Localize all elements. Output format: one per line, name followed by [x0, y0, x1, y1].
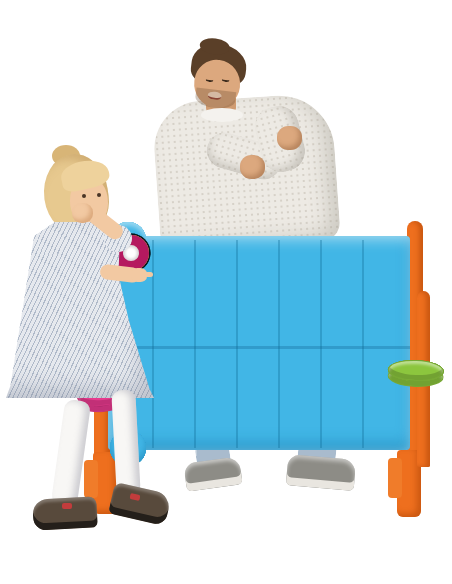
girl-leg: [111, 389, 141, 496]
girl-shoe: [108, 482, 172, 526]
girl-dress: [6, 222, 154, 398]
girl-fist: [72, 203, 93, 223]
girl-eye: [97, 193, 101, 197]
girl-pointing-hand: [131, 268, 147, 282]
girl-figure: [0, 0, 452, 584]
girl-shoe: [32, 496, 98, 530]
girl-leg: [51, 399, 91, 508]
girl-eye: [82, 194, 86, 198]
girl-dress-sleeve: [38, 228, 66, 255]
photo-scene: [0, 0, 452, 584]
shoe-lace: [62, 503, 72, 509]
